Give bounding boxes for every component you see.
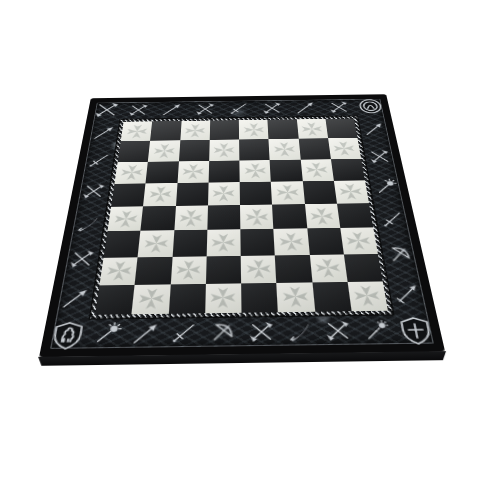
maltese-cross-icon	[174, 259, 202, 281]
spear-icon	[91, 125, 117, 141]
square-e5[interactable]	[240, 182, 273, 205]
spear-icon	[293, 100, 317, 115]
square-h1[interactable]	[347, 281, 388, 311]
sword-icon	[377, 210, 408, 230]
square-d7[interactable]	[209, 140, 239, 161]
maltese-cross-icon	[212, 142, 236, 158]
crossed-axes-icon	[79, 182, 108, 201]
sword-icon	[85, 152, 112, 169]
square-g7[interactable]	[298, 138, 330, 159]
square-b6[interactable]	[146, 161, 179, 183]
playing-field	[95, 119, 388, 315]
maltese-cross-icon	[281, 285, 311, 308]
maltese-cross-icon	[243, 162, 268, 179]
square-d5[interactable]	[208, 182, 240, 206]
maltese-cross-icon	[337, 183, 365, 201]
maltese-cross-icon	[181, 163, 206, 180]
spear-icon	[160, 102, 184, 117]
crossbow-icon	[207, 320, 238, 346]
square-a7[interactable]	[118, 141, 151, 162]
maltese-cross-icon	[111, 209, 139, 228]
scimitar-icon	[73, 214, 103, 234]
maltese-cross-icon	[344, 230, 373, 251]
square-b1[interactable]	[132, 284, 171, 314]
sword-icon	[227, 101, 250, 116]
maltese-cross-icon	[183, 123, 206, 139]
maltese-cross-icon	[124, 124, 149, 140]
square-e3[interactable]	[240, 229, 275, 255]
square-h5[interactable]	[334, 180, 369, 203]
square-g1[interactable]	[312, 282, 351, 312]
square-e6[interactable]	[239, 160, 271, 182]
square-e8[interactable]	[239, 120, 269, 140]
photo-stage	[0, 0, 480, 480]
square-b7[interactable]	[148, 140, 180, 161]
square-h3[interactable]	[340, 228, 378, 254]
square-g2[interactable]	[309, 254, 347, 282]
square-f7[interactable]	[269, 139, 301, 160]
maltese-cross-icon	[211, 184, 236, 202]
crossed-axes-icon	[366, 148, 394, 165]
mace-icon	[90, 321, 124, 347]
maltese-cross-icon	[313, 257, 343, 279]
square-d4[interactable]	[207, 205, 240, 230]
maltese-cross-icon	[242, 122, 265, 137]
maltese-cross-icon	[118, 164, 144, 181]
spear-icon	[361, 121, 388, 137]
square-g5[interactable]	[302, 181, 336, 204]
square-g8[interactable]	[296, 119, 327, 139]
square-g6[interactable]	[300, 159, 333, 181]
square-e4[interactable]	[240, 205, 274, 230]
maltese-cross-icon	[300, 121, 325, 136]
square-a2[interactable]	[99, 257, 137, 285]
square-h8[interactable]	[325, 119, 357, 139]
maltese-cross-icon	[245, 258, 273, 280]
crossed-axes-icon	[66, 248, 97, 270]
frame-corner-shield-lion-icon	[46, 320, 89, 352]
maltese-cross-icon	[277, 231, 305, 252]
square-c3[interactable]	[172, 230, 207, 257]
square-f8[interactable]	[268, 119, 299, 139]
maltese-cross-icon	[308, 206, 336, 225]
maltese-cross-icon	[210, 232, 237, 253]
maltese-cross-icon	[272, 141, 297, 157]
square-b8[interactable]	[150, 121, 181, 141]
crossed-axes-icon	[326, 100, 351, 115]
crossed-axes-icon	[260, 101, 284, 116]
square-b2[interactable]	[135, 256, 172, 284]
sword-icon	[168, 320, 199, 346]
maltese-cross-icon	[331, 140, 357, 156]
square-a1[interactable]	[95, 285, 135, 315]
square-d3[interactable]	[206, 229, 240, 255]
spear-icon	[59, 286, 92, 310]
square-e7[interactable]	[239, 139, 270, 160]
square-c7[interactable]	[179, 140, 210, 161]
frame-edge-bottom	[85, 315, 398, 349]
square-b3[interactable]	[138, 230, 174, 257]
board-tilt-wrapper	[0, 0, 480, 480]
crossed-axes-icon	[126, 103, 151, 118]
square-d8[interactable]	[209, 120, 239, 140]
scimitar-icon	[284, 318, 316, 344]
maltese-cross-icon	[142, 233, 170, 254]
square-h6[interactable]	[331, 158, 365, 180]
square-e2[interactable]	[241, 255, 277, 283]
square-f4[interactable]	[272, 204, 307, 229]
maltese-cross-icon	[209, 286, 237, 309]
square-c8[interactable]	[180, 121, 210, 141]
square-f6[interactable]	[270, 159, 302, 181]
maltese-cross-icon	[352, 284, 384, 307]
square-g4[interactable]	[304, 204, 340, 229]
square-c5[interactable]	[176, 182, 209, 206]
maltese-cross-icon	[147, 185, 173, 203]
square-h7[interactable]	[328, 138, 361, 159]
square-b5[interactable]	[143, 183, 177, 207]
square-g3[interactable]	[307, 228, 344, 254]
square-c6[interactable]	[177, 161, 209, 183]
square-e1[interactable]	[241, 283, 278, 313]
maltese-cross-icon	[275, 184, 301, 202]
square-b4[interactable]	[141, 206, 176, 231]
square-c4[interactable]	[174, 205, 208, 230]
square-a6[interactable]	[114, 161, 148, 183]
square-f5[interactable]	[271, 181, 305, 204]
square-f3[interactable]	[274, 229, 310, 255]
mace-icon	[371, 178, 400, 197]
crossed-axes-icon	[322, 318, 355, 344]
square-f1[interactable]	[277, 282, 315, 312]
crossed-axes-icon	[246, 319, 277, 345]
frame-corner-shield-cross-icon	[394, 315, 438, 347]
frame-corner-crossed-axes-icon	[91, 101, 122, 120]
spear-icon	[129, 321, 161, 347]
maltese-cross-icon	[244, 207, 270, 226]
maltese-cross-icon	[136, 287, 166, 310]
chessboard	[39, 94, 445, 357]
maltese-cross-icon	[104, 260, 134, 282]
crossed-axes-icon	[193, 102, 216, 117]
flail-icon	[360, 317, 394, 343]
square-d2[interactable]	[206, 255, 241, 283]
square-a5[interactable]	[111, 183, 146, 207]
square-d6[interactable]	[208, 160, 239, 182]
square-d1[interactable]	[205, 283, 242, 313]
maltese-cross-icon	[152, 143, 177, 159]
maltese-cross-icon	[178, 208, 204, 227]
crossbow-icon	[384, 244, 416, 266]
square-a3[interactable]	[104, 231, 141, 258]
arrow-icon	[391, 282, 425, 306]
square-h2[interactable]	[344, 254, 383, 282]
square-a4[interactable]	[107, 206, 143, 231]
square-c2[interactable]	[170, 256, 206, 284]
square-h4[interactable]	[337, 203, 374, 228]
square-a8[interactable]	[121, 121, 153, 141]
square-f2[interactable]	[275, 255, 312, 283]
frame-corner-medallion-icon	[355, 97, 387, 116]
maltese-cross-icon	[304, 161, 330, 178]
square-c1[interactable]	[168, 284, 205, 314]
